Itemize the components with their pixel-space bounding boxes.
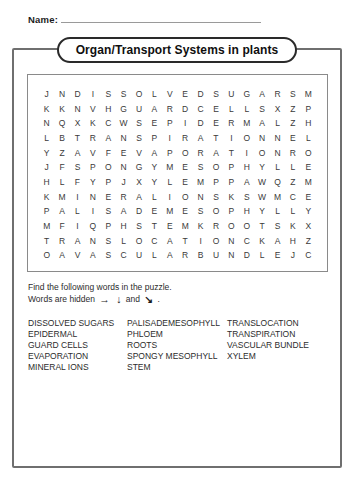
grid-cell-r5c10: O [178, 146, 193, 161]
grid-cell-r3c10: I [178, 116, 193, 131]
grid-cell-r11c14: C [239, 234, 254, 249]
grid-cell-r7c18: M [301, 175, 316, 190]
grid-cell-r4c16: N [270, 131, 285, 146]
grid-cell-r9c13: P [224, 204, 239, 219]
grid-cell-r1c18: M [301, 87, 316, 102]
grid-cell-r4c15: N [254, 131, 269, 146]
grid-cell-r9c16: L [270, 204, 285, 219]
grid-cell-r9c1: P [39, 204, 54, 219]
grid-cell-r6c14: H [239, 160, 254, 175]
grid-cell-r5c3: A [70, 146, 85, 161]
grid-cell-r4c6: N [116, 131, 131, 146]
grid-cell-r8c14: S [239, 190, 254, 205]
grid-cell-r2c16: X [270, 102, 285, 117]
grid-cell-r2c3: N [70, 102, 85, 117]
instructions-line1: Find the following words in the puzzle. [28, 282, 172, 294]
grid-cell-r10c14: O [239, 219, 254, 234]
grid-cell-r10c16: S [270, 219, 285, 234]
grid-cell-r11c7: O [131, 234, 146, 249]
word-item: EPIDERMAL [28, 329, 127, 340]
grid-cell-r3c11: D [193, 116, 208, 131]
grid-cell-r3c6: W [116, 116, 131, 131]
grid-cell-r2c8: A [147, 102, 162, 117]
grid-cell-r9c12: O [208, 204, 223, 219]
grid-cell-r7c8: Y [147, 175, 162, 190]
grid-cell-r8c3: I [70, 190, 85, 205]
grid-cell-r11c17: H [285, 234, 300, 249]
grid-cell-r4c1: L [39, 131, 54, 146]
grid-cell-r3c1: N [39, 116, 54, 131]
grid-cell-r5c15: O [254, 146, 269, 161]
grid-cell-r10c13: O [224, 219, 239, 234]
grid-cell-r11c2: R [54, 234, 69, 249]
grid-cell-r1c7: O [131, 87, 146, 102]
grid-cell-r11c9: A [162, 234, 177, 249]
grid-cell-r7c2: L [54, 175, 69, 190]
grid-cell-r8c12: S [208, 190, 223, 205]
grid-cell-r6c18: E [301, 160, 316, 175]
grid-cell-r6c12: O [208, 160, 223, 175]
grid-cell-r5c6: E [116, 146, 131, 161]
grid-cell-r6c1: J [39, 160, 54, 175]
grid-cell-r10c3: I [70, 219, 85, 234]
grid-cell-r1c13: U [224, 87, 239, 102]
word-item: GUARD CELLS [28, 340, 127, 351]
grid-cell-r4c7: S [131, 131, 146, 146]
grid-cell-r6c2: F [54, 160, 69, 175]
grid-cell-r9c15: Y [254, 204, 269, 219]
grid-cell-r1c14: G [239, 87, 254, 102]
grid-cell-r5c9: P [162, 146, 177, 161]
grid-cell-r4c14: O [239, 131, 254, 146]
grid-cell-r12c5: S [101, 248, 116, 263]
grid-cell-r5c11: R [193, 146, 208, 161]
grid-cell-r6c17: L [285, 160, 300, 175]
grid-cell-r4c17: E [285, 131, 300, 146]
grid-cell-r7c7: X [131, 175, 146, 190]
word-item: TRANSLOCATION [227, 318, 309, 329]
grid-cell-r5c16: N [270, 146, 285, 161]
word-item: PALISADEMESOPHYLL [127, 318, 227, 329]
grid-cell-r6c11: S [193, 160, 208, 175]
grid-cell-r12c12: U [208, 248, 223, 263]
grid-cell-r8c6: R [116, 190, 131, 205]
grid-cell-r6c6: N [116, 160, 131, 175]
grid-cell-r10c6: H [116, 219, 131, 234]
name-row: Name: [28, 13, 261, 25]
diagonal-arrow-icon: ↘ [142, 293, 155, 305]
grid-cell-r5c14: I [239, 146, 254, 161]
grid-cell-r11c8: C [147, 234, 162, 249]
grid-cell-r10c15: T [254, 219, 269, 234]
grid-cell-r10c2: F [54, 219, 69, 234]
grid-cell-r12c14: D [239, 248, 254, 263]
grid-cell-r5c12: A [208, 146, 223, 161]
grid-cell-r2c10: D [178, 102, 193, 117]
grid-cell-r5c13: T [224, 146, 239, 161]
grid-cell-r7c4: Y [85, 175, 100, 190]
word-list-column-2: PALISADEMESOPHYLLPHLOEMROOTSSPONGY MESOP… [127, 318, 227, 373]
word-item: MINERAL IONS [28, 362, 127, 373]
grid-cell-r5c8: A [147, 146, 162, 161]
grid-cell-r1c8: L [147, 87, 162, 102]
grid-cell-r9c5: S [101, 204, 116, 219]
grid-cell-r7c16: Q [270, 175, 285, 190]
grid-cell-r2c2: K [54, 102, 69, 117]
grid-cell-r10c12: R [208, 219, 223, 234]
grid-cell-r9c11: S [193, 204, 208, 219]
grid-cell-r12c16: E [270, 248, 285, 263]
grid-cell-r5c1: Y [39, 146, 54, 161]
grid-cell-r10c18: X [301, 219, 316, 234]
grid-cell-r12c3: V [70, 248, 85, 263]
grid-cell-r7c5: P [101, 175, 116, 190]
word-item: XYLEM [227, 351, 309, 362]
grid-cell-r7c10: E [178, 175, 193, 190]
name-label: Name: [28, 14, 58, 25]
grid-cell-r11c5: S [101, 234, 116, 249]
grid-cell-r3c5: C [101, 116, 116, 131]
grid-cell-r8c1: K [39, 190, 54, 205]
grid-cell-r2c9: R [162, 102, 177, 117]
grid-cell-r6c3: S [70, 160, 85, 175]
grid-cell-r6c13: P [224, 160, 239, 175]
word-list: DISSOLVED SUGARSEPIDERMALGUARD CELLSEVAP… [28, 318, 309, 373]
grid-cell-r2c11: C [193, 102, 208, 117]
grid-cell-r3c9: P [162, 116, 177, 131]
grid-cell-r3c4: K [85, 116, 100, 131]
grid-cell-r8c4: N [85, 190, 100, 205]
grid-cell-r3c8: E [147, 116, 162, 131]
grid-cell-r1c12: S [208, 87, 223, 102]
grid-cell-r8c5: E [101, 190, 116, 205]
grid-cell-r10c10: M [178, 219, 193, 234]
grid-cell-r2c14: L [239, 102, 254, 117]
grid-cell-r1c15: A [254, 87, 269, 102]
grid-cell-r2c4: V [85, 102, 100, 117]
grid-cell-r2c13: L [224, 102, 239, 117]
grid-cell-r3c14: M [239, 116, 254, 131]
word-list-column-3: TRANSLOCATIONTRANSPIRATIONVASCULAR BUNDL… [227, 318, 309, 373]
page-title-text: Organ/Transport Systems in plants [76, 43, 279, 57]
grid-cell-r4c5: A [101, 131, 116, 146]
grid-cell-r7c17: Z [285, 175, 300, 190]
grid-cell-r12c17: J [285, 248, 300, 263]
grid-cell-r6c9: M [162, 160, 177, 175]
grid-cell-r10c9: E [162, 219, 177, 234]
grid-cell-r8c9: I [162, 190, 177, 205]
grid-cell-r3c3: X [70, 116, 85, 131]
grid-cell-r10c5: P [101, 219, 116, 234]
grid-cell-r12c2: A [54, 248, 69, 263]
grid-cell-r1c5: S [101, 87, 116, 102]
grid-cell-r4c12: T [208, 131, 223, 146]
instructions-line2: Words are hidden → ↓ and ↘ . [28, 294, 172, 306]
grid-cell-r7c14: A [239, 175, 254, 190]
grid-cell-r9c9: M [162, 204, 177, 219]
grid-cell-r11c18: Z [301, 234, 316, 249]
grid-cell-r9c3: L [70, 204, 85, 219]
word-list-column-1: DISSOLVED SUGARSEPIDERMALGUARD CELLSEVAP… [28, 318, 127, 373]
name-blank-line [61, 13, 261, 23]
word-item: STEM [127, 362, 227, 373]
grid-cell-r1c2: N [54, 87, 69, 102]
grid-cell-r7c15: W [254, 175, 269, 190]
grid-cell-r3c13: R [224, 116, 239, 131]
word-item: SPONGY MESOPHYLL [127, 351, 227, 362]
grid-cell-r1c10: E [178, 87, 193, 102]
grid-cell-r8c17: C [285, 190, 300, 205]
grid-cell-r12c10: R [178, 248, 193, 263]
grid-cell-r11c3: A [70, 234, 85, 249]
word-item: PHLOEM [127, 329, 227, 340]
grid-cell-r9c17: L [285, 204, 300, 219]
grid-cell-r9c4: I [85, 204, 100, 219]
grid-cell-r1c4: I [85, 87, 100, 102]
grid-cell-r5c5: F [101, 146, 116, 161]
grid-cell-r4c8: P [147, 131, 162, 146]
word-item: DISSOLVED SUGARS [28, 318, 127, 329]
grid-cell-r2c6: G [116, 102, 131, 117]
grid-cell-r12c4: A [85, 248, 100, 263]
grid-cell-r5c18: O [301, 146, 316, 161]
grid-cell-r3c7: S [131, 116, 146, 131]
grid-cell-r9c8: E [147, 204, 162, 219]
grid-cell-r10c17: K [285, 219, 300, 234]
grid-cell-r7c3: F [70, 175, 85, 190]
grid-cell-r11c13: N [224, 234, 239, 249]
grid-cell-r2c18: P [301, 102, 316, 117]
grid-cell-r7c9: L [162, 175, 177, 190]
grid-cell-r10c8: T [147, 219, 162, 234]
grid-cell-r6c16: L [270, 160, 285, 175]
grid-cell-r5c17: R [285, 146, 300, 161]
word-search-grid: JNDISSOLVEDSUGARSMKKNVHGUARDCELLSXZPNQXK… [27, 74, 328, 272]
down-arrow-icon: ↓ [114, 293, 123, 305]
grid-cell-r4c2: B [54, 131, 69, 146]
grid-cell-r9c6: A [116, 204, 131, 219]
grid-cell-r9c2: A [54, 204, 69, 219]
grid-cell-r8c16: M [270, 190, 285, 205]
grid-cell-r11c1: T [39, 234, 54, 249]
grid-cell-r5c4: V [85, 146, 100, 161]
grid-cell-r8c2: M [54, 190, 69, 205]
grid-cell-r9c10: E [178, 204, 193, 219]
instructions: Find the following words in the puzzle. … [28, 282, 172, 305]
grid-cell-r9c14: H [239, 204, 254, 219]
word-item: TRANSPIRATION [227, 329, 309, 340]
grid-cell-r10c7: S [131, 219, 146, 234]
grid-cell-r11c4: N [85, 234, 100, 249]
word-item: VASCULAR BUNDLE [227, 340, 309, 351]
grid-cell-r12c15: L [254, 248, 269, 263]
grid-cell-r11c6: L [116, 234, 131, 249]
grid-cell-r5c2: Z [54, 146, 69, 161]
grid-cell-r10c4: Q [85, 219, 100, 234]
grid-cell-r10c1: M [39, 219, 54, 234]
grid-cell-r11c11: I [193, 234, 208, 249]
grid-cell-r7c12: P [208, 175, 223, 190]
grid-cell-r1c16: R [270, 87, 285, 102]
right-arrow-icon: → [97, 293, 112, 305]
grid-cell-r8c8: L [147, 190, 162, 205]
grid-cell-r4c3: T [70, 131, 85, 146]
grid-cell-r6c7: G [131, 160, 146, 175]
grid-cell-r11c10: T [178, 234, 193, 249]
grid-cell-r1c3: D [70, 87, 85, 102]
grid-cell-r2c17: Z [285, 102, 300, 117]
grid-cell-r12c18: C [301, 248, 316, 263]
grid-cell-r8c10: O [178, 190, 193, 205]
grid-cell-r12c6: C [116, 248, 131, 263]
grid-cell-r3c18: H [301, 116, 316, 131]
grid-cell-r12c8: L [147, 248, 162, 263]
grid-cell-r7c6: J [116, 175, 131, 190]
grid-cell-r12c9: A [162, 248, 177, 263]
grid-cell-r11c12: O [208, 234, 223, 249]
grid-cell-r2c12: E [208, 102, 223, 117]
grid-cell-r9c18: Y [301, 204, 316, 219]
grid-cell-r2c15: S [254, 102, 269, 117]
grid-cell-r6c15: Y [254, 160, 269, 175]
grid-cell-r4c10: R [178, 131, 193, 146]
grid-cell-r4c18: L [301, 131, 316, 146]
grid-cell-r10c11: K [193, 219, 208, 234]
grid-cell-r11c15: K [254, 234, 269, 249]
page-title: Organ/Transport Systems in plants [57, 37, 297, 63]
grid-cell-r1c9: V [162, 87, 177, 102]
grid-cell-r12c1: O [39, 248, 54, 263]
grid-cell-r2c5: H [101, 102, 116, 117]
grid-cell-r6c4: P [85, 160, 100, 175]
grid-cell-r4c11: A [193, 131, 208, 146]
grid-cell-r5c7: V [131, 146, 146, 161]
grid-cell-r8c13: K [224, 190, 239, 205]
grid-cell-r4c13: I [224, 131, 239, 146]
grid-cell-r12c7: U [131, 248, 146, 263]
grid-cell-r9c7: D [131, 204, 146, 219]
grid-cell-r12c13: N [224, 248, 239, 263]
grid-cell-r1c17: S [285, 87, 300, 102]
grid-cell-r1c6: S [116, 87, 131, 102]
grid-cell-r8c15: W [254, 190, 269, 205]
grid-cell-r6c10: E [178, 160, 193, 175]
grid-cell-r12c11: B [193, 248, 208, 263]
grid-cell-r3c2: Q [54, 116, 69, 131]
word-item: EVAPORATION [28, 351, 127, 362]
grid-cell-r1c11: D [193, 87, 208, 102]
grid-cell-r4c4: R [85, 131, 100, 146]
grid-cell-r3c16: L [270, 116, 285, 131]
word-item: ROOTS [127, 340, 227, 351]
grid-cell-r3c17: Z [285, 116, 300, 131]
grid-cell-r3c12: E [208, 116, 223, 131]
grid-cell-r7c13: P [224, 175, 239, 190]
grid-cell-r7c1: H [39, 175, 54, 190]
grid-cell-r8c7: A [131, 190, 146, 205]
grid-cell-r1c1: J [39, 87, 54, 102]
grid-cell-r2c1: K [39, 102, 54, 117]
grid-cell-r3c15: A [254, 116, 269, 131]
grid-cell-r11c16: A [270, 234, 285, 249]
grid-cell-r8c11: N [193, 190, 208, 205]
grid-cell-r6c8: Y [147, 160, 162, 175]
grid-cell-r2c7: U [131, 102, 146, 117]
grid-cell-r7c11: M [193, 175, 208, 190]
grid-cell-r4c9: I [162, 131, 177, 146]
grid-cell-r8c18: E [301, 190, 316, 205]
grid-cell-r6c5: O [101, 160, 116, 175]
